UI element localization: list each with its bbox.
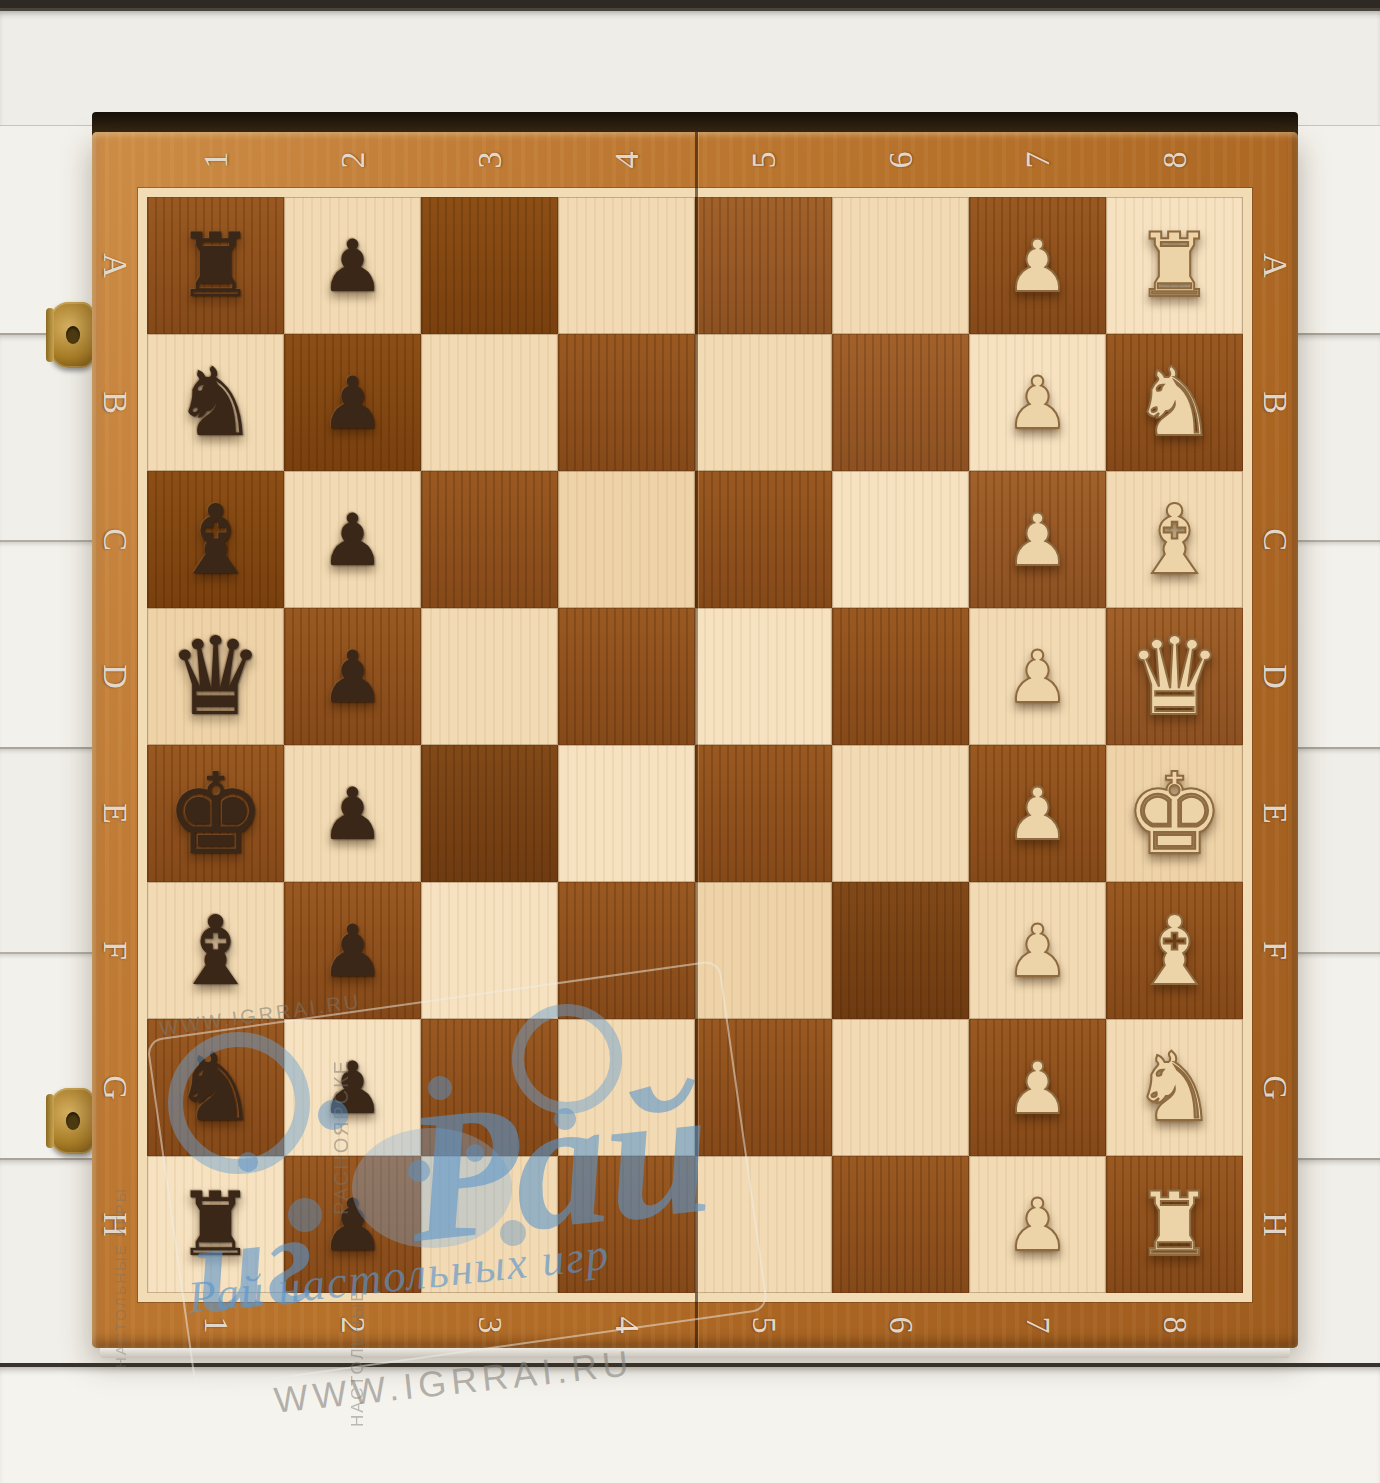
square-h3[interactable] bbox=[421, 1156, 558, 1293]
square-e5[interactable] bbox=[695, 745, 832, 882]
square-a6[interactable] bbox=[832, 197, 969, 334]
labels-left: ABCDEFGH bbox=[92, 197, 138, 1293]
square-g3[interactable] bbox=[421, 1019, 558, 1156]
square-f7[interactable]: ♟ bbox=[969, 882, 1106, 1019]
square-g1[interactable]: ♞ bbox=[147, 1019, 284, 1156]
photo-scene: 12345678 12345678 ABCDEFGH ABCDEFGH ♜♟♟♜… bbox=[0, 0, 1380, 1483]
square-c5[interactable] bbox=[695, 471, 832, 608]
labels-right: ABCDEFGH bbox=[1252, 197, 1298, 1293]
square-c4[interactable] bbox=[558, 471, 695, 608]
light-king[interactable]: ♚ bbox=[1124, 758, 1224, 870]
plank-gap-top bbox=[0, 0, 1380, 8]
dark-pawn[interactable]: ♟ bbox=[320, 1052, 385, 1124]
dark-pawn[interactable]: ♟ bbox=[320, 1189, 385, 1261]
dark-bishop[interactable]: ♝ bbox=[172, 903, 258, 999]
square-h8[interactable]: ♜ bbox=[1106, 1156, 1243, 1293]
square-a3[interactable] bbox=[421, 197, 558, 334]
square-g4[interactable] bbox=[558, 1019, 695, 1156]
light-bishop[interactable]: ♝ bbox=[1131, 903, 1217, 999]
square-d1[interactable]: ♛ bbox=[147, 608, 284, 745]
light-rook[interactable]: ♜ bbox=[1135, 1181, 1214, 1269]
square-h5[interactable] bbox=[695, 1156, 832, 1293]
square-d8[interactable]: ♛ bbox=[1106, 608, 1243, 745]
square-f6[interactable] bbox=[832, 882, 969, 1019]
square-h6[interactable] bbox=[832, 1156, 969, 1293]
dark-pawn[interactable]: ♟ bbox=[320, 230, 385, 302]
square-b3[interactable] bbox=[421, 334, 558, 471]
square-g5[interactable] bbox=[695, 1019, 832, 1156]
square-c3[interactable] bbox=[421, 471, 558, 608]
dark-queen[interactable]: ♛ bbox=[167, 623, 264, 731]
dark-rook[interactable]: ♜ bbox=[176, 1181, 255, 1269]
square-a2[interactable]: ♟ bbox=[284, 197, 421, 334]
square-e2[interactable]: ♟ bbox=[284, 745, 421, 882]
square-g6[interactable] bbox=[832, 1019, 969, 1156]
light-bishop[interactable]: ♝ bbox=[1131, 492, 1217, 588]
square-b6[interactable] bbox=[832, 334, 969, 471]
dark-knight[interactable]: ♞ bbox=[173, 355, 258, 450]
light-pawn[interactable]: ♟ bbox=[1005, 641, 1070, 713]
square-e8[interactable]: ♚ bbox=[1106, 745, 1243, 882]
dark-knight[interactable]: ♞ bbox=[173, 1040, 258, 1135]
square-f4[interactable] bbox=[558, 882, 695, 1019]
square-a5[interactable] bbox=[695, 197, 832, 334]
square-c7[interactable]: ♟ bbox=[969, 471, 1106, 608]
square-b7[interactable]: ♟ bbox=[969, 334, 1106, 471]
light-knight[interactable]: ♞ bbox=[1132, 1040, 1217, 1135]
square-b5[interactable] bbox=[695, 334, 832, 471]
square-b4[interactable] bbox=[558, 334, 695, 471]
light-pawn[interactable]: ♟ bbox=[1005, 778, 1070, 850]
square-h4[interactable] bbox=[558, 1156, 695, 1293]
square-a7[interactable]: ♟ bbox=[969, 197, 1106, 334]
square-c2[interactable]: ♟ bbox=[284, 471, 421, 608]
brass-latch-top bbox=[50, 302, 96, 368]
square-g2[interactable]: ♟ bbox=[284, 1019, 421, 1156]
light-knight[interactable]: ♞ bbox=[1132, 355, 1217, 450]
light-pawn[interactable]: ♟ bbox=[1005, 915, 1070, 987]
square-a8[interactable]: ♜ bbox=[1106, 197, 1243, 334]
light-queen[interactable]: ♛ bbox=[1126, 623, 1223, 731]
dark-pawn[interactable]: ♟ bbox=[320, 367, 385, 439]
dark-pawn[interactable]: ♟ bbox=[320, 504, 385, 576]
light-pawn[interactable]: ♟ bbox=[1005, 230, 1070, 302]
square-h1[interactable]: ♜ bbox=[147, 1156, 284, 1293]
square-c6[interactable] bbox=[832, 471, 969, 608]
dark-pawn[interactable]: ♟ bbox=[320, 915, 385, 987]
square-d7[interactable]: ♟ bbox=[969, 608, 1106, 745]
square-f8[interactable]: ♝ bbox=[1106, 882, 1243, 1019]
square-b8[interactable]: ♞ bbox=[1106, 334, 1243, 471]
square-h2[interactable]: ♟ bbox=[284, 1156, 421, 1293]
square-d3[interactable] bbox=[421, 608, 558, 745]
square-g8[interactable]: ♞ bbox=[1106, 1019, 1243, 1156]
square-h7[interactable]: ♟ bbox=[969, 1156, 1106, 1293]
square-e1[interactable]: ♚ bbox=[147, 745, 284, 882]
square-e4[interactable] bbox=[558, 745, 695, 882]
square-e7[interactable]: ♟ bbox=[969, 745, 1106, 882]
chess-board: 12345678 12345678 ABCDEFGH ABCDEFGH ♜♟♟♜… bbox=[92, 132, 1298, 1348]
dark-pawn[interactable]: ♟ bbox=[320, 641, 385, 713]
square-d2[interactable]: ♟ bbox=[284, 608, 421, 745]
square-d5[interactable] bbox=[695, 608, 832, 745]
square-c1[interactable]: ♝ bbox=[147, 471, 284, 608]
light-pawn[interactable]: ♟ bbox=[1005, 1052, 1070, 1124]
square-b2[interactable]: ♟ bbox=[284, 334, 421, 471]
square-d4[interactable] bbox=[558, 608, 695, 745]
square-c8[interactable]: ♝ bbox=[1106, 471, 1243, 608]
board-fold-seam bbox=[695, 132, 698, 1348]
light-pawn[interactable]: ♟ bbox=[1005, 1189, 1070, 1261]
light-rook[interactable]: ♜ bbox=[1135, 222, 1214, 310]
square-a1[interactable]: ♜ bbox=[147, 197, 284, 334]
square-f1[interactable]: ♝ bbox=[147, 882, 284, 1019]
square-e3[interactable] bbox=[421, 745, 558, 882]
square-f3[interactable] bbox=[421, 882, 558, 1019]
dark-rook[interactable]: ♜ bbox=[176, 222, 255, 310]
square-g7[interactable]: ♟ bbox=[969, 1019, 1106, 1156]
square-e6[interactable] bbox=[832, 745, 969, 882]
dark-bishop[interactable]: ♝ bbox=[172, 492, 258, 588]
light-pawn[interactable]: ♟ bbox=[1005, 367, 1070, 439]
square-f5[interactable] bbox=[695, 882, 832, 1019]
square-b1[interactable]: ♞ bbox=[147, 334, 284, 471]
square-f2[interactable]: ♟ bbox=[284, 882, 421, 1019]
dark-pawn[interactable]: ♟ bbox=[320, 778, 385, 850]
square-d6[interactable] bbox=[832, 608, 969, 745]
square-a4[interactable] bbox=[558, 197, 695, 334]
dark-king[interactable]: ♚ bbox=[165, 758, 265, 870]
light-pawn[interactable]: ♟ bbox=[1005, 504, 1070, 576]
